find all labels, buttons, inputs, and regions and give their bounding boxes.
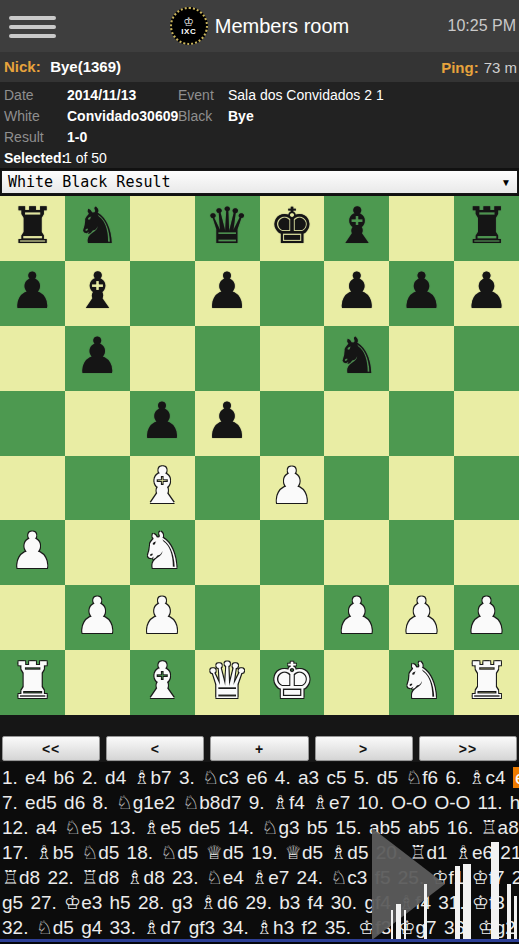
square-h5[interactable] [454, 391, 519, 456]
piece-white-knight: ♞ [399, 656, 444, 706]
glitch-bar [514, 896, 517, 940]
square-e7[interactable] [260, 261, 325, 326]
square-b2[interactable]: ♟ [65, 585, 130, 650]
info-row-result: Result 1-0 [4, 126, 519, 147]
piece-white-pawn: ♟ [140, 591, 185, 641]
black-value: Bye [228, 108, 519, 124]
square-d1[interactable]: ♛ [195, 650, 260, 715]
square-d8[interactable]: ♛ [195, 196, 260, 261]
info-row-date-event: Date 2014/11/13 Event Sala dos Convidado… [4, 84, 519, 105]
move-line[interactable]: 1. e4 b6 2. d4 ♗b7 3. ♘c3 e6 4. a3 c5 5.… [2, 765, 519, 790]
piece-black-pawn: ♟ [10, 266, 55, 316]
square-a1[interactable]: ♜ [0, 650, 65, 715]
piece-black-king: ♚ [270, 201, 315, 251]
square-b8[interactable]: ♞ [65, 196, 130, 261]
square-a3[interactable]: ♟ [0, 520, 65, 585]
selected-value: 1 of 50 [64, 150, 107, 166]
square-e1[interactable]: ♚ [260, 650, 325, 715]
first-move-button[interactable]: << [2, 736, 100, 761]
glitch-bar [491, 842, 499, 940]
square-d6[interactable] [195, 326, 260, 391]
square-b5[interactable] [65, 391, 130, 456]
filter-select-value: White Black Result [8, 173, 171, 191]
square-h7[interactable]: ♟ [454, 261, 519, 326]
nick-value: Bye(1369) [50, 58, 121, 75]
square-a8[interactable]: ♜ [0, 196, 65, 261]
square-h6[interactable] [454, 326, 519, 391]
ping-group: Ping: 73 m [441, 59, 517, 76]
last-move-button[interactable]: >> [419, 736, 517, 761]
glitch-bar [463, 864, 471, 940]
square-e4[interactable]: ♟ [260, 456, 325, 521]
piece-black-knight: ♞ [334, 331, 379, 381]
piece-white-queen: ♛ [205, 656, 250, 706]
square-c8[interactable] [130, 196, 195, 261]
square-c7[interactable] [130, 261, 195, 326]
piece-black-knight: ♞ [75, 201, 120, 251]
piece-white-knight: ♞ [140, 526, 185, 576]
square-f6[interactable]: ♞ [324, 326, 389, 391]
square-a6[interactable] [0, 326, 65, 391]
glitch-bar [391, 910, 393, 940]
square-b6[interactable]: ♟ [65, 326, 130, 391]
piece-black-rook: ♜ [10, 201, 55, 251]
event-label: Event [178, 87, 228, 103]
glitch-bar [404, 910, 406, 940]
board-gap [0, 715, 519, 736]
square-g7[interactable]: ♟ [389, 261, 454, 326]
square-d2[interactable] [195, 585, 260, 650]
logo-text: IXC [181, 28, 196, 36]
square-b1[interactable] [65, 650, 130, 715]
move-line-1-text: 1. e4 b6 2. d4 ♗b7 3. ♘c3 e6 4. a3 c5 5.… [2, 767, 513, 788]
info-row-players: White Convidado30609 Black Bye [4, 105, 519, 126]
ping-label: Ping: [441, 59, 479, 76]
square-b4[interactable] [65, 456, 130, 521]
square-a7[interactable]: ♟ [0, 261, 65, 326]
autoplay-button[interactable]: + [210, 736, 308, 761]
piece-black-pawn: ♟ [205, 396, 250, 446]
glitch-bar [424, 884, 427, 940]
next-move-button[interactable]: > [315, 736, 413, 761]
app-bar: ♔ IXC Members room 10:25 PM [0, 0, 519, 52]
square-c2[interactable]: ♟ [130, 585, 195, 650]
event-value: Sala dos Convidados 2 1 [228, 87, 519, 103]
chevron-down-icon: ▼ [501, 177, 511, 188]
square-c4[interactable]: ♝ [130, 456, 195, 521]
piece-black-pawn: ♟ [205, 266, 250, 316]
square-d5[interactable]: ♟ [195, 391, 260, 456]
piece-white-rook: ♜ [10, 656, 55, 706]
square-g3[interactable] [389, 520, 454, 585]
square-f2[interactable]: ♟ [324, 585, 389, 650]
piece-white-bishop: ♝ [140, 656, 185, 706]
white-value: Convidado30609 [67, 108, 178, 124]
square-g2[interactable]: ♟ [389, 585, 454, 650]
page-title: Members room [215, 15, 349, 38]
square-h8[interactable]: ♜ [454, 196, 519, 261]
piece-black-bishop: ♝ [75, 266, 120, 316]
square-g8[interactable] [389, 196, 454, 261]
nick-group: Nick: Bye(1369) [4, 58, 121, 76]
bottom-edge [0, 939, 519, 944]
piece-white-pawn: ♟ [270, 461, 315, 511]
prev-move-button[interactable]: < [106, 736, 204, 761]
glitch-bar [396, 904, 401, 940]
piece-black-pawn: ♟ [140, 396, 185, 446]
filter-row: White Black Result ▼ [0, 168, 519, 196]
status-bar: Nick: Bye(1369) Ping: 73 m [0, 52, 519, 82]
square-b3[interactable] [65, 520, 130, 585]
piece-white-pawn: ♟ [334, 591, 379, 641]
square-g5[interactable] [389, 391, 454, 456]
square-e3[interactable] [260, 520, 325, 585]
club-logo-icon: ♔ IXC [170, 7, 208, 45]
piece-black-rook: ♜ [464, 201, 509, 251]
move-line[interactable]: 7. ed5 d6 8. ♘g1e2 ♘b8d7 9. ♗f4 ♗e7 10. … [2, 790, 519, 815]
square-d7[interactable]: ♟ [195, 261, 260, 326]
square-c5[interactable]: ♟ [130, 391, 195, 456]
square-a2[interactable] [0, 585, 65, 650]
piece-black-queen: ♛ [205, 201, 250, 251]
square-c6[interactable] [130, 326, 195, 391]
piece-black-pawn: ♟ [334, 266, 379, 316]
square-h2[interactable]: ♟ [454, 585, 519, 650]
black-label: Black [178, 108, 228, 124]
chess-board: ♜♞♛♚♝♜♟♝♟♟♟♟♟♞♟♟♝♟♟♞♟♟♟♟♟♜♝♛♚♞♜ [0, 196, 519, 715]
app-screen: ♔ IXC Members room 10:25 PM Nick: Bye(13… [0, 0, 519, 944]
square-h1[interactable]: ♜ [454, 650, 519, 715]
piece-white-rook: ♜ [464, 656, 509, 706]
filter-select[interactable]: White Black Result ▼ [1, 170, 518, 194]
white-label: White [4, 108, 67, 124]
square-d3[interactable] [195, 520, 260, 585]
square-f7[interactable]: ♟ [324, 261, 389, 326]
square-f4[interactable] [324, 456, 389, 521]
square-b7[interactable]: ♝ [65, 261, 130, 326]
game-info: Date 2014/11/13 Event Sala dos Convidado… [0, 82, 519, 168]
current-move[interactable]: ed5 [513, 767, 519, 788]
square-a4[interactable] [0, 456, 65, 521]
glitch-bar [455, 866, 460, 940]
piece-white-pawn: ♟ [10, 526, 55, 576]
date-value: 2014/11/13 [67, 87, 178, 103]
title-group: ♔ IXC Members room [0, 0, 519, 52]
square-a5[interactable] [0, 391, 65, 456]
selected-label: Selected: [4, 150, 64, 166]
square-f8[interactable]: ♝ [324, 196, 389, 261]
date-label: Date [4, 87, 67, 103]
square-g6[interactable] [389, 326, 454, 391]
square-e5[interactable] [260, 391, 325, 456]
status-time: 10:25 PM [448, 17, 516, 35]
piece-black-pawn: ♟ [399, 266, 444, 316]
move-nav: << < + > >> [0, 736, 519, 762]
square-h4[interactable] [454, 456, 519, 521]
square-e8[interactable]: ♚ [260, 196, 325, 261]
nick-label: Nick: [4, 58, 41, 75]
square-g4[interactable] [389, 456, 454, 521]
square-d4[interactable] [195, 456, 260, 521]
bottom-blue-line [0, 939, 519, 942]
square-f5[interactable] [324, 391, 389, 456]
square-h3[interactable] [454, 520, 519, 585]
square-f3[interactable] [324, 520, 389, 585]
ping-value: 73 m [484, 59, 517, 76]
piece-black-bishop: ♝ [334, 201, 379, 251]
piece-black-pawn: ♟ [464, 266, 509, 316]
result-value: 1-0 [67, 129, 178, 145]
info-row-selected: Selected: 1 of 50 [4, 147, 519, 168]
piece-white-pawn: ♟ [399, 591, 444, 641]
piece-white-king: ♚ [270, 656, 315, 706]
square-g1[interactable]: ♞ [389, 650, 454, 715]
square-f1[interactable] [324, 650, 389, 715]
piece-white-bishop: ♝ [140, 461, 185, 511]
piece-white-pawn: ♟ [75, 591, 120, 641]
piece-black-pawn: ♟ [75, 331, 120, 381]
square-c3[interactable]: ♞ [130, 520, 195, 585]
piece-white-pawn: ♟ [464, 591, 509, 641]
square-e2[interactable] [260, 585, 325, 650]
square-e6[interactable] [260, 326, 325, 391]
glitch-bar [507, 884, 511, 940]
result-label: Result [4, 129, 67, 145]
play-icon[interactable] [372, 828, 445, 940]
square-c1[interactable]: ♝ [130, 650, 195, 715]
